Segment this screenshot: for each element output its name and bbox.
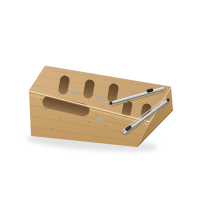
product-photo — [0, 0, 200, 200]
organizer-illustration — [0, 0, 200, 200]
rail-front-end-cap — [167, 99, 170, 102]
rail-back-end-cap — [110, 102, 113, 105]
